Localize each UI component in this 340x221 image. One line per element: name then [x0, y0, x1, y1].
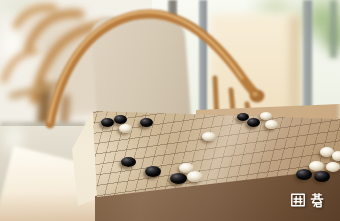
- go-stone-white-gj: [187, 171, 203, 182]
- go-stone-white-ph: [309, 161, 324, 171]
- go-stone-black-fj: [170, 173, 187, 184]
- go-stone-black-ld: [247, 118, 260, 127]
- go-stone-white-rg: [332, 151, 340, 161]
- go-stone-black-pi: [314, 171, 330, 182]
- go-watermark: 囲碁: [290, 192, 325, 208]
- go-stone-black-ei: [145, 166, 161, 177]
- stones-layer: [0, 0, 340, 221]
- go-stone-black-dc: [101, 118, 114, 127]
- go-stone-white-je: [202, 132, 216, 141]
- go-stone-white-md: [265, 120, 278, 129]
- go-stone-black-ec: [114, 115, 127, 124]
- go-stone-white-qh: [326, 162, 340, 172]
- go-stone-white-mc: [260, 112, 272, 120]
- go-stone-black-gc: [140, 118, 153, 127]
- go-stone-white-ed: [119, 124, 132, 133]
- go-stone-black-dh: [121, 157, 136, 167]
- kanji-i-icon: [290, 192, 306, 208]
- kanji-go-icon: [309, 192, 325, 208]
- go-stone-black-oi: [296, 169, 312, 180]
- go-photo-scene: 囲碁: [0, 0, 340, 221]
